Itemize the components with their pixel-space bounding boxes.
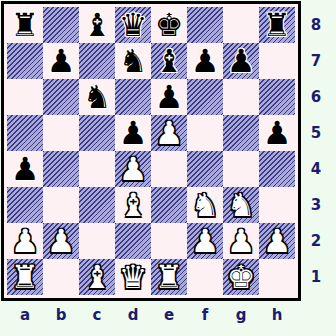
square-h5[interactable]: ♟ xyxy=(259,115,295,151)
square-d2[interactable] xyxy=(115,223,151,259)
file-label-c: c xyxy=(79,302,115,328)
board-frame: ♜♝♛♚♜♟♞♝♟♟♞♟♟♟♟♟♟♝♞♞♟♟♟♟♟♜♝♛♜♚ xyxy=(1,1,301,301)
square-d7[interactable]: ♞ xyxy=(115,43,151,79)
square-g5[interactable] xyxy=(223,115,259,151)
square-h2[interactable]: ♟ xyxy=(259,223,295,259)
rank-label-6: 6 xyxy=(301,79,331,115)
square-e5[interactable]: ♟ xyxy=(151,115,187,151)
square-g6[interactable] xyxy=(223,79,259,115)
square-a4[interactable]: ♟ xyxy=(7,151,43,187)
black-rook: ♜ xyxy=(263,7,292,43)
square-d4[interactable]: ♟ xyxy=(115,151,151,187)
square-c3[interactable] xyxy=(79,187,115,223)
square-c6[interactable]: ♞ xyxy=(79,79,115,115)
file-label-g: g xyxy=(223,302,259,328)
square-e6[interactable]: ♟ xyxy=(151,79,187,115)
black-knight: ♞ xyxy=(83,79,112,115)
rank-label-8: 8 xyxy=(301,7,331,43)
rank-label-1: 1 xyxy=(301,259,331,295)
square-d3[interactable]: ♝ xyxy=(115,187,151,223)
file-label-h: h xyxy=(259,302,295,328)
square-h1[interactable] xyxy=(259,259,295,295)
square-b5[interactable] xyxy=(43,115,79,151)
square-b1[interactable] xyxy=(43,259,79,295)
chess-diagram: ♜♝♛♚♜♟♞♝♟♟♞♟♟♟♟♟♟♝♞♞♟♟♟♟♟♜♝♛♜♚ abcdefgh … xyxy=(0,0,336,336)
square-b2[interactable]: ♟ xyxy=(43,223,79,259)
square-f7[interactable]: ♟ xyxy=(187,43,223,79)
white-rook: ♜ xyxy=(155,259,184,295)
black-pawn: ♟ xyxy=(263,115,292,151)
white-king: ♚ xyxy=(227,259,256,295)
white-pawn: ♟ xyxy=(155,115,184,151)
square-a6[interactable] xyxy=(7,79,43,115)
square-a8[interactable]: ♜ xyxy=(7,7,43,43)
black-bishop: ♝ xyxy=(83,7,112,43)
square-h8[interactable]: ♜ xyxy=(259,7,295,43)
square-f5[interactable] xyxy=(187,115,223,151)
black-pawn: ♟ xyxy=(227,43,256,79)
file-label-e: e xyxy=(151,302,187,328)
black-pawn: ♟ xyxy=(191,43,220,79)
black-queen: ♛ xyxy=(119,7,148,43)
black-pawn: ♟ xyxy=(119,115,148,151)
black-knight: ♞ xyxy=(119,43,148,79)
square-a2[interactable]: ♟ xyxy=(7,223,43,259)
rank-labels: 87654321 xyxy=(301,7,331,295)
square-c5[interactable] xyxy=(79,115,115,151)
white-bishop: ♝ xyxy=(83,259,112,295)
square-b3[interactable] xyxy=(43,187,79,223)
file-labels: abcdefgh xyxy=(7,302,295,328)
square-h6[interactable] xyxy=(259,79,295,115)
square-c1[interactable]: ♝ xyxy=(79,259,115,295)
file-label-f: f xyxy=(187,302,223,328)
square-c4[interactable] xyxy=(79,151,115,187)
square-b4[interactable] xyxy=(43,151,79,187)
square-g7[interactable]: ♟ xyxy=(223,43,259,79)
white-queen: ♛ xyxy=(119,259,148,295)
square-d6[interactable] xyxy=(115,79,151,115)
square-c7[interactable] xyxy=(79,43,115,79)
square-g2[interactable]: ♟ xyxy=(223,223,259,259)
square-h7[interactable] xyxy=(259,43,295,79)
white-knight: ♞ xyxy=(191,187,220,223)
file-label-d: d xyxy=(115,302,151,328)
white-rook: ♜ xyxy=(11,259,40,295)
square-c2[interactable] xyxy=(79,223,115,259)
black-pawn: ♟ xyxy=(47,43,76,79)
black-rook: ♜ xyxy=(11,7,40,43)
square-f8[interactable] xyxy=(187,7,223,43)
square-f1[interactable] xyxy=(187,259,223,295)
chess-board: ♜♝♛♚♜♟♞♝♟♟♞♟♟♟♟♟♟♝♞♞♟♟♟♟♟♜♝♛♜♚ xyxy=(7,7,295,295)
square-g1[interactable]: ♚ xyxy=(223,259,259,295)
square-g4[interactable] xyxy=(223,151,259,187)
square-b8[interactable] xyxy=(43,7,79,43)
square-h4[interactable] xyxy=(259,151,295,187)
square-e7[interactable]: ♝ xyxy=(151,43,187,79)
white-knight: ♞ xyxy=(227,187,256,223)
square-g3[interactable]: ♞ xyxy=(223,187,259,223)
rank-label-7: 7 xyxy=(301,43,331,79)
square-b7[interactable]: ♟ xyxy=(43,43,79,79)
black-pawn: ♟ xyxy=(11,151,40,187)
white-pawn: ♟ xyxy=(11,223,40,259)
rank-label-5: 5 xyxy=(301,115,331,151)
file-label-b: b xyxy=(43,302,79,328)
square-d5[interactable]: ♟ xyxy=(115,115,151,151)
black-bishop: ♝ xyxy=(155,43,184,79)
square-d1[interactable]: ♛ xyxy=(115,259,151,295)
square-f2[interactable]: ♟ xyxy=(187,223,223,259)
square-d8[interactable]: ♛ xyxy=(115,7,151,43)
square-g8[interactable] xyxy=(223,7,259,43)
square-a5[interactable] xyxy=(7,115,43,151)
square-e8[interactable]: ♚ xyxy=(151,7,187,43)
white-bishop: ♝ xyxy=(119,187,148,223)
white-pawn: ♟ xyxy=(263,223,292,259)
square-b6[interactable] xyxy=(43,79,79,115)
square-a3[interactable] xyxy=(7,187,43,223)
black-pawn: ♟ xyxy=(155,79,184,115)
square-a7[interactable] xyxy=(7,43,43,79)
square-e4[interactable] xyxy=(151,151,187,187)
square-e3[interactable] xyxy=(151,187,187,223)
white-pawn: ♟ xyxy=(47,223,76,259)
square-f3[interactable]: ♞ xyxy=(187,187,223,223)
black-king: ♚ xyxy=(155,7,184,43)
square-c8[interactable]: ♝ xyxy=(79,7,115,43)
square-e1[interactable]: ♜ xyxy=(151,259,187,295)
white-pawn: ♟ xyxy=(119,151,148,187)
rank-label-3: 3 xyxy=(301,187,331,223)
square-h3[interactable] xyxy=(259,187,295,223)
rank-label-2: 2 xyxy=(301,223,331,259)
file-label-a: a xyxy=(7,302,43,328)
square-f6[interactable] xyxy=(187,79,223,115)
white-pawn: ♟ xyxy=(227,223,256,259)
square-a1[interactable]: ♜ xyxy=(7,259,43,295)
white-pawn: ♟ xyxy=(191,223,220,259)
square-f4[interactable] xyxy=(187,151,223,187)
square-e2[interactable] xyxy=(151,223,187,259)
rank-label-4: 4 xyxy=(301,151,331,187)
